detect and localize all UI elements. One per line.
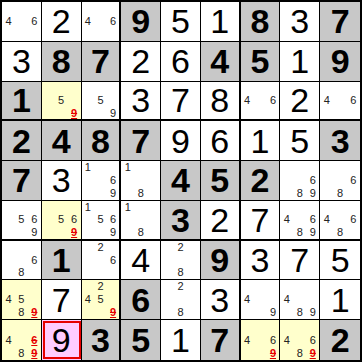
cell-r1c2[interactable]: 2 [42, 2, 82, 42]
cell-r7c2[interactable]: 1 [42, 241, 82, 281]
candidate-grid: 689 [280, 161, 319, 200]
candidate-9: 9 [306, 187, 319, 200]
cell-value: 9 [171, 124, 190, 158]
cell-value: 3 [131, 83, 150, 117]
candidate-9-eliminated: 9 [107, 306, 120, 319]
cell-value: 2 [251, 163, 270, 197]
cell-value: 7 [251, 203, 270, 237]
cell-r1c3[interactable]: 46 [82, 2, 122, 42]
cell-value: 5 [210, 163, 229, 197]
candidate-5: 5 [94, 293, 107, 306]
cell-r5c9[interactable]: 68 [320, 161, 360, 201]
cell-r8c6[interactable]: 3 [201, 280, 241, 320]
cell-r6c9[interactable]: 468 [320, 201, 360, 241]
candidate-8: 8 [333, 226, 346, 239]
candidate-4: 4 [320, 213, 333, 226]
candidate-9-eliminated: 9 [68, 107, 81, 120]
candidate-6: 6 [107, 174, 120, 187]
cell-r3c5[interactable]: 7 [161, 82, 201, 122]
cell-r2c6[interactable]: 4 [201, 42, 241, 82]
candidate-9: 9 [306, 306, 319, 319]
sudoku-board: 4624695183738726451915959378462462487961… [0, 0, 362, 362]
cell-value: 3 [210, 283, 229, 317]
candidate-grid: 59 [82, 82, 120, 120]
cell-r3c9[interactable]: 46 [320, 82, 360, 122]
candidate-6: 6 [107, 15, 120, 28]
cell-value: 7 [131, 124, 150, 158]
cell-value: 1 [251, 124, 270, 158]
candidate-grid: 68 [2, 241, 41, 280]
cell-r2c2[interactable]: 8 [42, 42, 82, 82]
candidate-8: 8 [15, 267, 28, 280]
cell-value: 7 [290, 243, 309, 277]
cell-r1c1[interactable]: 46 [2, 2, 42, 42]
candidate-1: 1 [121, 161, 134, 174]
cell-value: 5 [131, 323, 150, 357]
cell-r4c2[interactable]: 4 [42, 121, 82, 161]
cell-r5c7[interactable]: 2 [241, 161, 281, 201]
cell-r7c4[interactable]: 4 [121, 241, 161, 281]
cell-value: 5 [290, 124, 309, 158]
candidate-4: 4 [2, 15, 15, 28]
cell-r7c6[interactable]: 9 [201, 241, 241, 281]
candidate-grid: 4589 [2, 280, 41, 319]
candidate-grid: 46 [2, 2, 41, 41]
candidate-5: 5 [94, 213, 107, 226]
cell-value: 8 [251, 4, 270, 38]
cell-value: 4 [52, 124, 71, 158]
candidate-6: 6 [107, 213, 120, 226]
cell-r6c2[interactable]: 569 [42, 201, 82, 241]
cell-value: 1 [171, 323, 190, 357]
cell-r2c1[interactable]: 3 [2, 42, 42, 82]
candidate-9: 9 [267, 306, 280, 319]
candidate-6: 6 [267, 333, 280, 346]
candidate-8: 8 [174, 306, 187, 319]
cell-r5c1[interactable]: 7 [2, 161, 42, 201]
candidate-2: 2 [94, 241, 107, 254]
candidate-grid: 28 [161, 280, 200, 319]
cell-r4c7[interactable]: 1 [241, 121, 281, 161]
cell-value: 7 [171, 83, 190, 117]
candidate-9-eliminated: 9 [68, 226, 81, 239]
cell-r9c7[interactable]: 469 [241, 320, 281, 360]
candidate-4: 4 [82, 293, 95, 306]
cell-r1c6[interactable]: 1 [201, 2, 241, 42]
cell-value: 9 [52, 323, 71, 357]
cell-value: 8 [210, 83, 229, 117]
cell-r7c5[interactable]: 28 [161, 241, 201, 281]
cell-r1c9[interactable]: 7 [320, 2, 360, 42]
candidate-2: 2 [94, 280, 107, 293]
candidate-8: 8 [174, 267, 187, 280]
cell-r6c7[interactable]: 7 [241, 201, 281, 241]
candidate-grid: 169 [82, 161, 120, 200]
cell-value: 5 [331, 243, 350, 277]
candidate-6-eliminated: 6 [28, 333, 41, 346]
cell-value: 3 [290, 4, 309, 38]
cell-r7c3[interactable]: 26 [82, 241, 122, 281]
cell-value: 2 [12, 124, 31, 158]
cell-r4c6[interactable]: 6 [201, 121, 241, 161]
cell-r2c7[interactable]: 5 [241, 42, 281, 82]
candidate-9: 9 [306, 226, 319, 239]
cell-value: 3 [91, 323, 110, 357]
cell-r8c1[interactable]: 4589 [2, 280, 42, 320]
candidate-grid: 18 [121, 161, 160, 200]
cell-r7c8[interactable]: 7 [280, 241, 320, 281]
candidate-grid: 569 [42, 201, 81, 239]
candidate-4: 4 [280, 333, 293, 346]
candidate-grid: 468 [320, 201, 360, 239]
cell-r9c6[interactable]: 7 [201, 320, 241, 360]
candidate-8: 8 [134, 226, 147, 239]
cell-r9c1[interactable]: 4869 [2, 320, 42, 360]
cell-value: 6 [171, 44, 190, 78]
candidate-6: 6 [347, 213, 360, 226]
candidate-9-eliminated: 9 [306, 347, 319, 360]
candidate-6: 6 [28, 15, 41, 28]
candidate-9-eliminated: 9 [28, 347, 41, 360]
candidate-grid: 4869 [2, 320, 41, 360]
cell-value: 2 [131, 44, 150, 78]
candidate-2: 2 [174, 241, 187, 254]
candidate-8: 8 [293, 187, 306, 200]
candidate-9-eliminated: 9 [28, 306, 41, 319]
cell-value: 1 [12, 83, 31, 117]
cell-value: 7 [12, 163, 31, 197]
cell-value: 1 [52, 243, 71, 277]
cell-r7c1[interactable]: 68 [2, 241, 42, 281]
candidate-grid: 68 [320, 161, 360, 200]
candidate-grid: 46 [82, 2, 120, 41]
cell-r2c3[interactable]: 7 [82, 42, 122, 82]
cell-value: 1 [331, 283, 350, 317]
cell-r6c4[interactable]: 18 [121, 201, 161, 241]
candidate-5: 5 [55, 94, 68, 107]
cell-r1c8[interactable]: 3 [280, 2, 320, 42]
cell-value: 9 [331, 44, 350, 78]
candidate-grid: 2459 [82, 280, 120, 319]
cell-value: 5 [251, 44, 270, 78]
cell-r8c3[interactable]: 2459 [82, 280, 122, 320]
cell-r1c4[interactable]: 9 [121, 2, 161, 42]
cell-value: 2 [331, 323, 350, 357]
cell-value: 7 [331, 4, 350, 38]
candidate-8: 8 [293, 306, 306, 319]
candidate-grid: 18 [121, 201, 160, 239]
cell-value: 7 [52, 283, 71, 317]
candidate-4: 4 [241, 293, 254, 306]
candidate-6: 6 [306, 174, 319, 187]
cell-r7c9[interactable]: 5 [320, 241, 360, 281]
candidate-4: 4 [280, 213, 293, 226]
candidate-5: 5 [94, 94, 107, 107]
cell-r9c4[interactable]: 5 [121, 320, 161, 360]
candidate-grid: 28 [161, 241, 200, 280]
cell-r5c6[interactable]: 5 [201, 161, 241, 201]
candidate-9: 9 [107, 226, 120, 239]
cell-value: 2 [52, 4, 71, 38]
cell-r9c8[interactable]: 4689 [280, 320, 320, 360]
cell-r9c3[interactable]: 3 [82, 320, 122, 360]
cell-r2c9[interactable]: 9 [320, 42, 360, 82]
cell-r3c4[interactable]: 3 [121, 82, 161, 122]
cell-value: 6 [210, 124, 229, 158]
candidate-6: 6 [267, 94, 280, 107]
candidate-grid: 569 [2, 201, 41, 239]
cell-r2c5[interactable]: 6 [161, 42, 201, 82]
cell-r4c9[interactable]: 3 [320, 121, 360, 161]
candidate-grid: 59 [42, 82, 81, 120]
cell-r2c8[interactable]: 1 [280, 42, 320, 82]
cell-r3c1[interactable]: 1 [2, 82, 42, 122]
cell-r5c4[interactable]: 18 [121, 161, 161, 201]
cell-value: 3 [331, 124, 350, 158]
candidate-9-eliminated: 9 [267, 347, 280, 360]
cell-r6c6[interactable]: 2 [201, 201, 241, 241]
cell-value: 4 [131, 243, 150, 277]
candidate-4: 4 [82, 15, 95, 28]
candidate-grid: 46 [241, 82, 280, 120]
candidate-4: 4 [2, 293, 15, 306]
cell-r6c8[interactable]: 4689 [280, 201, 320, 241]
candidate-9: 9 [107, 187, 120, 200]
cell-value: 8 [91, 124, 110, 158]
cell-value: 4 [171, 163, 190, 197]
candidate-9: 9 [107, 107, 120, 120]
cell-r8c2[interactable]: 7 [42, 280, 82, 320]
cell-r4c1[interactable]: 2 [2, 121, 42, 161]
cell-r4c8[interactable]: 5 [280, 121, 320, 161]
cell-value: 1 [290, 44, 309, 78]
candidate-6: 6 [347, 94, 360, 107]
cell-value: 8 [52, 44, 71, 78]
cell-r9c9[interactable]: 2 [320, 320, 360, 360]
candidate-grid: 26 [82, 241, 120, 280]
cell-value: 2 [210, 203, 229, 237]
cell-r5c8[interactable]: 689 [280, 161, 320, 201]
cell-r7c7[interactable]: 3 [241, 241, 281, 281]
cell-value: 7 [210, 323, 229, 357]
cell-r5c3[interactable]: 169 [82, 161, 122, 201]
cell-r8c8[interactable]: 489 [280, 280, 320, 320]
cell-r4c4[interactable]: 7 [121, 121, 161, 161]
cell-r8c4[interactable]: 6 [121, 280, 161, 320]
cell-r9c2[interactable]: 9 [42, 320, 82, 360]
candidate-6: 6 [28, 254, 41, 267]
cell-r3c6[interactable]: 8 [201, 82, 241, 122]
candidate-6: 6 [68, 213, 81, 226]
candidate-8: 8 [15, 347, 28, 360]
cell-value: 9 [131, 4, 150, 38]
candidate-grid: 469 [241, 320, 280, 360]
candidate-8: 8 [293, 226, 306, 239]
cell-value: 6 [131, 283, 150, 317]
cell-value: 4 [210, 44, 229, 78]
cell-r3c3[interactable]: 59 [82, 82, 122, 122]
candidate-6: 6 [306, 333, 319, 346]
candidate-6: 6 [306, 213, 319, 226]
candidate-5: 5 [55, 213, 68, 226]
candidate-grid: 4689 [280, 320, 319, 360]
cell-r4c5[interactable]: 9 [161, 121, 201, 161]
cell-value: 2 [290, 83, 309, 117]
candidate-1: 1 [82, 201, 95, 214]
candidate-4: 4 [320, 94, 333, 107]
candidate-grid: 489 [280, 280, 319, 319]
cell-r1c5[interactable]: 5 [161, 2, 201, 42]
cell-r8c9[interactable]: 1 [320, 280, 360, 320]
cell-r1c7[interactable]: 8 [241, 2, 281, 42]
candidate-6: 6 [28, 213, 41, 226]
cell-value: 5 [171, 4, 190, 38]
candidate-grid: 46 [320, 82, 360, 120]
cell-r5c5[interactable]: 4 [161, 161, 201, 201]
candidate-4: 4 [241, 94, 254, 107]
cell-r6c3[interactable]: 1569 [82, 201, 122, 241]
candidate-4: 4 [2, 333, 15, 346]
cell-value: 3 [171, 203, 190, 237]
cell-value: 7 [91, 44, 110, 78]
cell-value: 3 [52, 163, 71, 197]
candidate-8: 8 [15, 306, 28, 319]
candidate-4: 4 [241, 333, 254, 346]
cell-r6c5[interactable]: 3 [161, 201, 201, 241]
cell-r4c3[interactable]: 8 [82, 121, 122, 161]
cell-r9c5[interactable]: 1 [161, 320, 201, 360]
candidate-6: 6 [107, 254, 120, 267]
cell-r3c7[interactable]: 46 [241, 82, 281, 122]
candidate-grid: 4689 [280, 201, 319, 239]
candidate-9: 9 [28, 226, 41, 239]
candidate-8: 8 [134, 187, 147, 200]
candidate-5: 5 [15, 293, 28, 306]
candidate-8: 8 [293, 347, 306, 360]
cell-value: 3 [12, 44, 31, 78]
candidate-6: 6 [347, 174, 360, 187]
cell-r8c5[interactable]: 28 [161, 280, 201, 320]
cell-r5c2[interactable]: 3 [42, 161, 82, 201]
cell-value: 3 [251, 243, 270, 277]
cell-r8c7[interactable]: 49 [241, 280, 281, 320]
cell-value: 1 [210, 4, 229, 38]
candidate-2: 2 [174, 280, 187, 293]
cell-r6c1[interactable]: 569 [2, 201, 42, 241]
cell-r3c8[interactable]: 2 [280, 82, 320, 122]
candidate-4: 4 [280, 293, 293, 306]
candidate-5: 5 [15, 213, 28, 226]
candidate-grid: 49 [241, 280, 280, 319]
cell-r2c4[interactable]: 2 [121, 42, 161, 82]
candidate-1: 1 [82, 161, 95, 174]
candidate-grid: 1569 [82, 201, 120, 239]
cell-r3c2[interactable]: 59 [42, 82, 82, 122]
candidate-1: 1 [121, 201, 134, 214]
cell-value: 9 [210, 243, 229, 277]
candidate-8: 8 [333, 187, 346, 200]
